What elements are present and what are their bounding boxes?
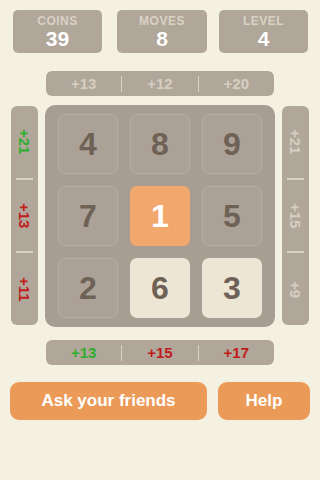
col-target-2: +12: [122, 71, 197, 96]
cell-r1c1[interactable]: 4: [58, 114, 118, 174]
row-target-1: +21: [282, 106, 309, 178]
row-current-3: +11: [11, 253, 38, 325]
puzzle-board: 4 8 9 7 1 5 2 6 3: [45, 105, 275, 327]
cell-r3c1[interactable]: 2: [58, 258, 118, 318]
row-target-3: +9: [282, 253, 309, 325]
cell-r3c3[interactable]: 3: [202, 258, 262, 318]
cell-r1c2[interactable]: 8: [130, 114, 190, 174]
col-current-1: +13: [46, 340, 121, 365]
col-current-2: +15: [122, 340, 197, 365]
level-value: 4: [258, 28, 270, 50]
moves-box: MOVES 8: [117, 10, 207, 53]
coins-box: COINS 39: [13, 10, 102, 53]
cell-r2c3[interactable]: 5: [202, 186, 262, 246]
row-current-2: +13: [11, 180, 38, 252]
row-target-2: +15: [282, 180, 309, 252]
column-targets-bar: +13 +12 +20: [46, 71, 274, 96]
ask-your-friends-button[interactable]: Ask your friends: [10, 382, 207, 420]
coins-value: 39: [46, 28, 69, 50]
moves-label: MOVES: [139, 14, 185, 28]
cell-r1c3[interactable]: 9: [202, 114, 262, 174]
col-target-1: +13: [46, 71, 121, 96]
cell-r3c2[interactable]: 6: [130, 258, 190, 318]
col-current-3: +17: [199, 340, 274, 365]
cell-r2c1[interactable]: 7: [58, 186, 118, 246]
stats-row: COINS 39 MOVES 8 LEVEL 4: [0, 10, 320, 53]
cell-r2c2[interactable]: 1: [130, 186, 190, 246]
row-targets-bar: +21 +15 +9: [282, 106, 309, 325]
column-current-sums-bar: +13 +15 +17: [46, 340, 274, 365]
moves-value: 8: [156, 28, 168, 50]
level-label: LEVEL: [243, 14, 284, 28]
row-current-sums-bar: +21 +13 +11: [11, 106, 38, 325]
coins-label: COINS: [37, 14, 78, 28]
level-box: LEVEL 4: [219, 10, 308, 53]
col-target-3: +20: [199, 71, 274, 96]
row-current-1: +21: [11, 106, 38, 178]
help-button[interactable]: Help: [218, 382, 310, 420]
